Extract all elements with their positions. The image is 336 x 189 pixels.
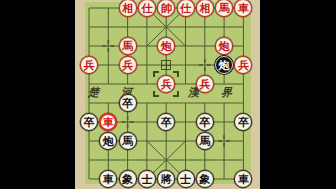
piece-black-cannon[interactable]: 炮 [99,132,117,150]
screen: 楚河 漢界 相仕帥仕相馬車馬炮炮兵兵炮兵兵兵卒卒車卒卒卒炮馬馬車象士將士象車 [0,0,336,189]
piece-red-elephant[interactable]: 相 [196,0,214,17]
piece-red-chariot[interactable]: 車 [99,113,117,131]
piece-black-chariot[interactable]: 車 [99,170,117,188]
piece-black-advisor[interactable]: 士 [177,170,195,188]
piece-red-advisor[interactable]: 仕 [138,0,156,17]
xiangqi-board[interactable]: 楚河 漢界 相仕帥仕相馬車馬炮炮兵兵炮兵兵兵卒卒車卒卒卒炮馬馬車象士將士象車 [75,0,260,189]
piece-red-pawn[interactable]: 兵 [234,56,252,74]
piece-black-pawn[interactable]: 卒 [157,113,175,131]
piece-red-elephant[interactable]: 相 [119,0,137,17]
piece-black-cannon[interactable]: 炮 [215,56,233,74]
piece-red-cannon[interactable]: 炮 [215,37,233,55]
piece-black-pawn[interactable]: 卒 [234,113,252,131]
piece-red-advisor[interactable]: 仕 [177,0,195,17]
piece-red-chariot[interactable]: 車 [234,0,252,17]
piece-black-horse[interactable]: 馬 [119,132,137,150]
piece-red-cannon[interactable]: 炮 [157,37,175,55]
piece-black-chariot[interactable]: 車 [234,170,252,188]
piece-black-general[interactable]: 將 [157,170,175,188]
piece-red-general[interactable]: 帥 [157,0,175,17]
piece-black-pawn[interactable]: 卒 [196,113,214,131]
piece-red-horse[interactable]: 馬 [215,0,233,17]
piece-red-pawn[interactable]: 兵 [157,75,175,93]
piece-black-pawn[interactable]: 卒 [80,113,98,131]
pieces-layer: 相仕帥仕相馬車馬炮炮兵兵炮兵兵兵卒卒車卒卒卒炮馬馬車象士將士象車 [75,0,260,189]
piece-red-horse[interactable]: 馬 [119,37,137,55]
piece-black-elephant[interactable]: 象 [119,170,137,188]
piece-black-pawn[interactable]: 卒 [119,94,137,112]
piece-red-pawn[interactable]: 兵 [80,56,98,74]
piece-red-pawn[interactable]: 兵 [196,75,214,93]
piece-black-elephant[interactable]: 象 [196,170,214,188]
piece-black-advisor[interactable]: 士 [138,170,156,188]
piece-black-horse[interactable]: 馬 [196,132,214,150]
piece-red-pawn[interactable]: 兵 [119,56,137,74]
